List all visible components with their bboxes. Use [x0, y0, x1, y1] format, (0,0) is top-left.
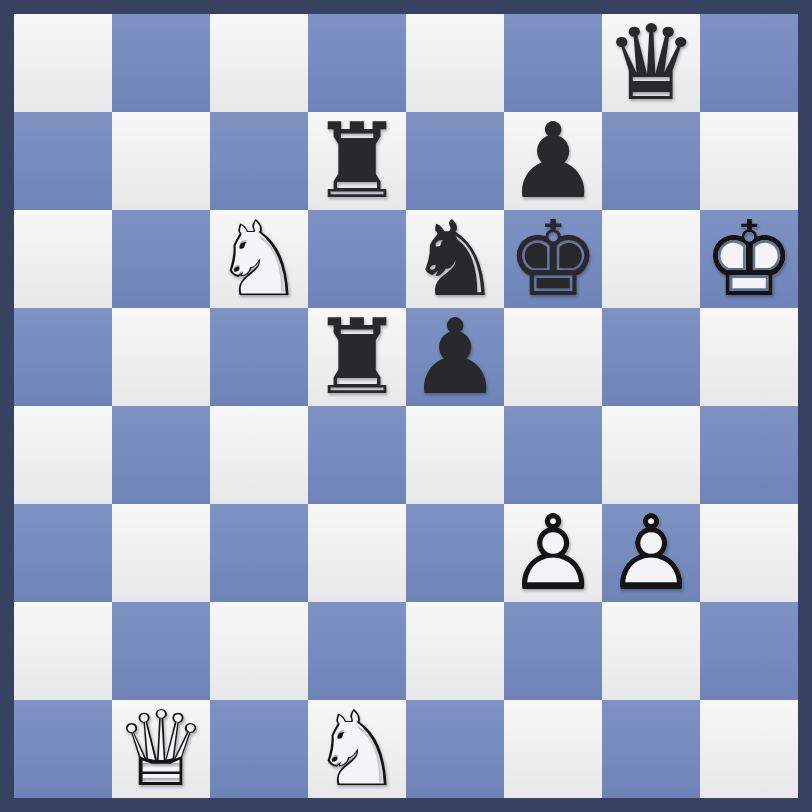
square-g8[interactable]: ♛ — [602, 14, 700, 112]
square-h8[interactable] — [700, 14, 798, 112]
square-c3[interactable] — [210, 504, 308, 602]
square-b1[interactable]: ♛♕ — [112, 700, 210, 798]
square-f5[interactable] — [504, 308, 602, 406]
square-h6[interactable]: ♚♔ — [700, 210, 798, 308]
square-e5[interactable]: ♟ — [406, 308, 504, 406]
square-f2[interactable] — [504, 602, 602, 700]
white-knight[interactable]: ♞♘ — [308, 700, 406, 798]
square-h2[interactable] — [700, 602, 798, 700]
black-pawn[interactable]: ♟ — [504, 112, 602, 210]
piece-fill: ♚ — [504, 210, 602, 308]
square-f4[interactable] — [504, 406, 602, 504]
square-e1[interactable] — [406, 700, 504, 798]
piece-outline: ♔ — [700, 210, 798, 308]
square-h7[interactable] — [700, 112, 798, 210]
black-rook[interactable]: ♜ — [308, 308, 406, 406]
square-a4[interactable] — [14, 406, 112, 504]
square-h4[interactable] — [700, 406, 798, 504]
square-h3[interactable] — [700, 504, 798, 602]
square-d8[interactable] — [308, 14, 406, 112]
piece-fill: ♜ — [308, 112, 406, 210]
black-king[interactable]: ♚ — [504, 210, 602, 308]
square-f3[interactable]: ♟♙ — [504, 504, 602, 602]
black-queen[interactable]: ♛ — [602, 14, 700, 112]
square-h1[interactable] — [700, 700, 798, 798]
square-g1[interactable] — [602, 700, 700, 798]
square-f8[interactable] — [504, 14, 602, 112]
square-b4[interactable] — [112, 406, 210, 504]
square-g7[interactable] — [602, 112, 700, 210]
square-c1[interactable] — [210, 700, 308, 798]
square-a5[interactable] — [14, 308, 112, 406]
square-c4[interactable] — [210, 406, 308, 504]
piece-fill: ♛ — [602, 14, 700, 112]
square-b6[interactable] — [112, 210, 210, 308]
square-b3[interactable] — [112, 504, 210, 602]
square-e7[interactable] — [406, 112, 504, 210]
square-a7[interactable] — [14, 112, 112, 210]
square-g5[interactable] — [602, 308, 700, 406]
white-king[interactable]: ♚♔ — [700, 210, 798, 308]
square-e6[interactable]: ♞ — [406, 210, 504, 308]
piece-fill: ♟ — [406, 308, 504, 406]
square-g2[interactable] — [602, 602, 700, 700]
square-d7[interactable]: ♜ — [308, 112, 406, 210]
black-knight[interactable]: ♞ — [406, 210, 504, 308]
square-f7[interactable]: ♟ — [504, 112, 602, 210]
square-a2[interactable] — [14, 602, 112, 700]
square-a1[interactable] — [14, 700, 112, 798]
square-c5[interactable] — [210, 308, 308, 406]
piece-outline: ♘ — [308, 700, 406, 798]
square-h5[interactable] — [700, 308, 798, 406]
square-e8[interactable] — [406, 14, 504, 112]
white-pawn[interactable]: ♟♙ — [504, 504, 602, 602]
square-g3[interactable]: ♟♙ — [602, 504, 700, 602]
black-rook[interactable]: ♜ — [308, 112, 406, 210]
square-a8[interactable] — [14, 14, 112, 112]
square-e2[interactable] — [406, 602, 504, 700]
square-d1[interactable]: ♞♘ — [308, 700, 406, 798]
piece-outline: ♙ — [602, 504, 700, 602]
piece-outline: ♘ — [210, 210, 308, 308]
square-g4[interactable] — [602, 406, 700, 504]
square-c8[interactable] — [210, 14, 308, 112]
piece-fill: ♞ — [406, 210, 504, 308]
square-f6[interactable]: ♚ — [504, 210, 602, 308]
square-d4[interactable] — [308, 406, 406, 504]
square-d3[interactable] — [308, 504, 406, 602]
white-queen[interactable]: ♛♕ — [112, 700, 210, 798]
square-b7[interactable] — [112, 112, 210, 210]
white-pawn[interactable]: ♟♙ — [602, 504, 700, 602]
square-f1[interactable] — [504, 700, 602, 798]
square-e4[interactable] — [406, 406, 504, 504]
square-b8[interactable] — [112, 14, 210, 112]
piece-fill: ♟ — [504, 112, 602, 210]
square-d6[interactable] — [308, 210, 406, 308]
square-b5[interactable] — [112, 308, 210, 406]
square-d5[interactable]: ♜ — [308, 308, 406, 406]
chess-board: ♛♜♟♞♘♞♚♚♔♜♟♟♙♟♙♛♕♞♘ — [0, 0, 812, 812]
white-knight[interactable]: ♞♘ — [210, 210, 308, 308]
piece-outline: ♙ — [504, 504, 602, 602]
piece-fill: ♜ — [308, 308, 406, 406]
square-c6[interactable]: ♞♘ — [210, 210, 308, 308]
square-a6[interactable] — [14, 210, 112, 308]
square-a3[interactable] — [14, 504, 112, 602]
piece-outline: ♕ — [112, 700, 210, 798]
square-d2[interactable] — [308, 602, 406, 700]
square-b2[interactable] — [112, 602, 210, 700]
square-c7[interactable] — [210, 112, 308, 210]
square-g6[interactable] — [602, 210, 700, 308]
square-c2[interactable] — [210, 602, 308, 700]
black-pawn[interactable]: ♟ — [406, 308, 504, 406]
square-e3[interactable] — [406, 504, 504, 602]
